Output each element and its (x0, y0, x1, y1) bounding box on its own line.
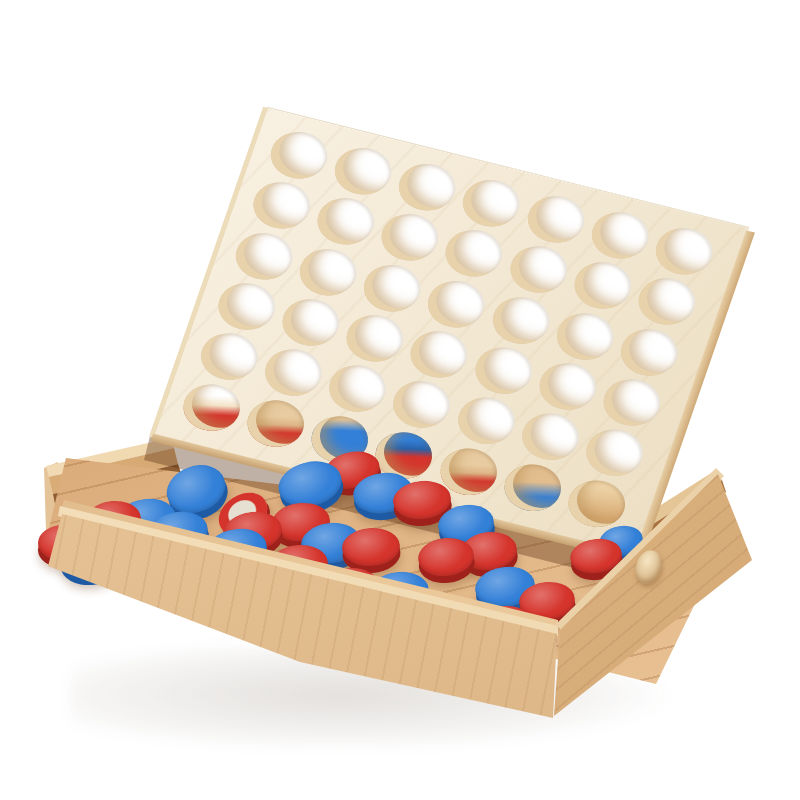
product-photo (0, 0, 800, 800)
